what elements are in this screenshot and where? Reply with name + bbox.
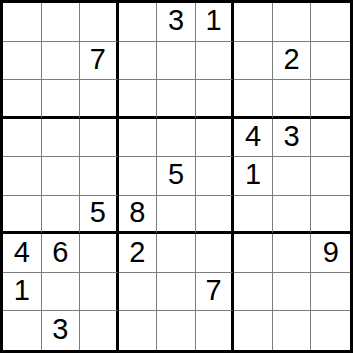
cell-r8c4[interactable] — [119, 273, 158, 312]
cell-r4c3[interactable] — [80, 119, 119, 158]
cell-r2c1[interactable] — [3, 42, 42, 81]
cell-r9c9[interactable] — [311, 311, 350, 350]
cell-r1c4[interactable] — [119, 3, 158, 42]
cell-r2c4[interactable] — [119, 42, 158, 81]
cell-r9c5[interactable] — [157, 311, 196, 350]
cell-r2c7[interactable] — [234, 42, 273, 81]
cell-r9c2[interactable]: 3 — [42, 311, 81, 350]
cell-r9c3[interactable] — [80, 311, 119, 350]
given-digit: 3 — [52, 315, 68, 344]
cell-r3c5[interactable] — [157, 80, 196, 119]
cell-r3c4[interactable] — [119, 80, 158, 119]
given-digit: 1 — [14, 276, 30, 305]
cell-r4c4[interactable] — [119, 119, 158, 158]
cell-r3c3[interactable] — [80, 80, 119, 119]
cell-r3c9[interactable] — [311, 80, 350, 119]
cell-r7c8[interactable] — [273, 234, 312, 273]
cell-r8c2[interactable] — [42, 273, 81, 312]
cell-r3c1[interactable] — [3, 80, 42, 119]
given-digit: 3 — [168, 6, 184, 35]
cell-r3c6[interactable] — [196, 80, 235, 119]
given-digit: 1 — [205, 6, 221, 35]
cell-r2c9[interactable] — [311, 42, 350, 81]
cell-r1c7[interactable] — [234, 3, 273, 42]
cell-r6c3[interactable]: 5 — [80, 196, 119, 235]
cell-r1c6[interactable]: 1 — [196, 3, 235, 42]
cell-r9c1[interactable] — [3, 311, 42, 350]
cell-r6c9[interactable] — [311, 196, 350, 235]
cell-r7c4[interactable]: 2 — [119, 234, 158, 273]
cell-r8c6[interactable]: 7 — [196, 273, 235, 312]
cell-r9c7[interactable] — [234, 311, 273, 350]
given-digit: 6 — [52, 238, 68, 267]
sudoku-board: 31724351584629173 — [0, 0, 353, 353]
cell-r2c2[interactable] — [42, 42, 81, 81]
cell-r1c8[interactable] — [273, 3, 312, 42]
given-digit: 7 — [205, 276, 221, 305]
cell-r8c5[interactable] — [157, 273, 196, 312]
given-digit: 2 — [284, 45, 300, 74]
given-digit: 1 — [245, 160, 261, 189]
given-digit: 8 — [129, 198, 145, 227]
cell-r5c4[interactable] — [119, 157, 158, 196]
cell-r5c7[interactable]: 1 — [234, 157, 273, 196]
cell-r7c9[interactable]: 9 — [311, 234, 350, 273]
given-digit: 5 — [168, 160, 184, 189]
cell-r6c1[interactable] — [3, 196, 42, 235]
cell-r6c4[interactable]: 8 — [119, 196, 158, 235]
cell-r7c5[interactable] — [157, 234, 196, 273]
cell-r2c8[interactable]: 2 — [273, 42, 312, 81]
cell-r8c3[interactable] — [80, 273, 119, 312]
cell-r9c6[interactable] — [196, 311, 235, 350]
cell-r5c5[interactable]: 5 — [157, 157, 196, 196]
given-digit: 5 — [90, 198, 106, 227]
cell-r8c9[interactable] — [311, 273, 350, 312]
cell-r7c7[interactable] — [234, 234, 273, 273]
cell-r6c8[interactable] — [273, 196, 312, 235]
cell-r8c8[interactable] — [273, 273, 312, 312]
cell-r2c3[interactable]: 7 — [80, 42, 119, 81]
cell-r2c6[interactable] — [196, 42, 235, 81]
cell-r4c1[interactable] — [3, 119, 42, 158]
cell-r2c5[interactable] — [157, 42, 196, 81]
cell-r6c5[interactable] — [157, 196, 196, 235]
cell-r3c7[interactable] — [234, 80, 273, 119]
cell-r4c8[interactable]: 3 — [273, 119, 312, 158]
given-digit: 4 — [14, 238, 30, 267]
cell-r6c7[interactable] — [234, 196, 273, 235]
cell-r1c2[interactable] — [42, 3, 81, 42]
cell-r6c6[interactable] — [196, 196, 235, 235]
cell-r4c9[interactable] — [311, 119, 350, 158]
given-digit: 7 — [90, 45, 106, 74]
cell-r4c2[interactable] — [42, 119, 81, 158]
cell-r1c5[interactable]: 3 — [157, 3, 196, 42]
cell-r4c6[interactable] — [196, 119, 235, 158]
cell-r1c3[interactable] — [80, 3, 119, 42]
given-digit: 4 — [245, 122, 261, 151]
cell-r7c3[interactable] — [80, 234, 119, 273]
cell-r5c8[interactable] — [273, 157, 312, 196]
cell-r9c4[interactable] — [119, 311, 158, 350]
cell-r5c9[interactable] — [311, 157, 350, 196]
cell-r7c2[interactable]: 6 — [42, 234, 81, 273]
cell-r8c1[interactable]: 1 — [3, 273, 42, 312]
cell-r7c1[interactable]: 4 — [3, 234, 42, 273]
cell-r5c6[interactable] — [196, 157, 235, 196]
cell-r5c3[interactable] — [80, 157, 119, 196]
given-digit: 9 — [323, 238, 339, 267]
cell-r3c8[interactable] — [273, 80, 312, 119]
cell-r1c9[interactable] — [311, 3, 350, 42]
cell-r4c7[interactable]: 4 — [234, 119, 273, 158]
cell-r7c6[interactable] — [196, 234, 235, 273]
cell-r1c1[interactable] — [3, 3, 42, 42]
given-digit: 2 — [129, 238, 145, 267]
cell-r8c7[interactable] — [234, 273, 273, 312]
cell-r6c2[interactable] — [42, 196, 81, 235]
cell-r9c8[interactable] — [273, 311, 312, 350]
given-digit: 3 — [284, 122, 300, 151]
cell-r3c2[interactable] — [42, 80, 81, 119]
cell-r4c5[interactable] — [157, 119, 196, 158]
cell-r5c1[interactable] — [3, 157, 42, 196]
cell-r5c2[interactable] — [42, 157, 81, 196]
